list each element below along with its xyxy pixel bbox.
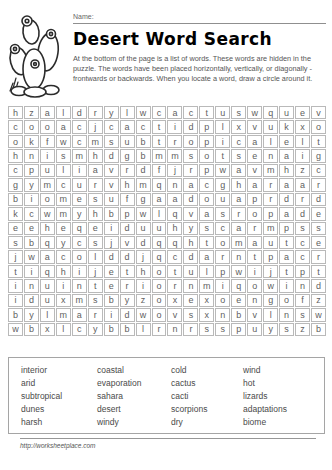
grid-cell[interactable]: v xyxy=(247,120,262,133)
grid-cell[interactable]: l xyxy=(295,135,310,148)
grid-cell[interactable]: m xyxy=(167,149,182,162)
grid-cell[interactable]: c xyxy=(72,135,87,148)
name-line[interactable]: Name: xyxy=(73,13,326,24)
grid-cell[interactable]: x xyxy=(199,308,214,321)
grid-cell[interactable]: l xyxy=(56,106,71,119)
grid-cell[interactable]: s xyxy=(8,236,23,249)
grid-cell[interactable]: p xyxy=(215,265,230,278)
grid-cell[interactable]: n xyxy=(263,149,278,162)
grid-cell[interactable]: c xyxy=(311,164,326,177)
grid-cell[interactable]: a xyxy=(88,164,103,177)
grid-cell[interactable]: i xyxy=(279,279,294,292)
grid-cell[interactable]: j xyxy=(136,250,151,263)
grid-cell[interactable]: u xyxy=(215,106,230,119)
grid-cell[interactable]: w xyxy=(231,265,246,278)
grid-cell[interactable]: s xyxy=(104,135,119,148)
grid-cell[interactable]: c xyxy=(215,222,230,235)
grid-cell[interactable]: s xyxy=(88,294,103,307)
grid-cell[interactable]: s xyxy=(88,193,103,206)
grid-cell[interactable]: p xyxy=(199,164,214,177)
grid-cell[interactable]: o xyxy=(199,149,214,162)
grid-cell[interactable]: x xyxy=(231,120,246,133)
grid-cell[interactable]: o xyxy=(40,193,55,206)
grid-cell[interactable]: i xyxy=(247,265,262,278)
grid-cell[interactable]: m xyxy=(263,164,278,177)
grid-cell[interactable]: q xyxy=(263,106,278,119)
grid-cell[interactable]: c xyxy=(24,207,39,220)
grid-cell[interactable]: d xyxy=(24,294,39,307)
grid-cell[interactable]: r xyxy=(120,279,135,292)
grid-cell[interactable]: d xyxy=(311,193,326,206)
grid-cell[interactable]: a xyxy=(56,120,71,133)
grid-cell[interactable]: h xyxy=(8,106,23,119)
grid-cell[interactable]: s xyxy=(215,207,230,220)
grid-cell[interactable]: j xyxy=(88,120,103,133)
grid-cell[interactable]: p xyxy=(263,207,278,220)
grid-cell[interactable]: d xyxy=(183,250,198,263)
grid-cell[interactable]: u xyxy=(40,279,55,292)
grid-cell[interactable]: w xyxy=(311,308,326,321)
grid-cell[interactable]: o xyxy=(152,294,167,307)
grid-cell[interactable]: s xyxy=(279,323,294,336)
grid-cell[interactable]: c xyxy=(295,236,310,249)
grid-cell[interactable]: t xyxy=(199,106,214,119)
grid-cell[interactable]: b xyxy=(231,308,246,321)
grid-cell[interactable]: d xyxy=(120,308,135,321)
grid-cell[interactable]: a xyxy=(199,250,214,263)
grid-cell[interactable]: l xyxy=(263,135,278,148)
grid-cell[interactable]: q xyxy=(231,279,246,292)
grid-cell[interactable]: t xyxy=(8,265,23,278)
grid-cell[interactable]: i xyxy=(215,279,230,292)
grid-cell[interactable]: m xyxy=(136,178,151,191)
grid-cell[interactable]: g xyxy=(136,193,151,206)
grid-cell[interactable]: h xyxy=(88,149,103,162)
grid-cell[interactable]: s xyxy=(199,222,214,235)
grid-cell[interactable]: d xyxy=(72,106,87,119)
grid-cell[interactable]: g xyxy=(8,178,23,191)
grid-cell[interactable]: i xyxy=(24,193,39,206)
grid-cell[interactable]: z xyxy=(136,294,151,307)
grid-cell[interactable]: h xyxy=(136,265,151,278)
grid-cell[interactable]: e xyxy=(231,294,246,307)
grid-cell[interactable]: n xyxy=(279,308,294,321)
grid-cell[interactable]: a xyxy=(40,250,55,263)
grid-cell[interactable]: a xyxy=(247,178,262,191)
grid-cell[interactable]: c xyxy=(56,250,71,263)
grid-cell[interactable]: r xyxy=(263,178,278,191)
grid-cell[interactable]: d xyxy=(136,236,151,249)
grid-cell[interactable]: t xyxy=(152,135,167,148)
grid-cell[interactable]: y xyxy=(88,323,103,336)
grid-cell[interactable]: i xyxy=(8,294,23,307)
grid-cell[interactable]: n xyxy=(231,250,246,263)
grid-cell[interactable]: u xyxy=(40,294,55,307)
grid-cell[interactable]: u xyxy=(152,222,167,235)
grid-cell[interactable]: r xyxy=(167,279,182,292)
grid-cell[interactable]: v xyxy=(120,236,135,249)
grid-cell[interactable]: a xyxy=(295,178,310,191)
grid-cell[interactable]: o xyxy=(24,120,39,133)
grid-cell[interactable]: n xyxy=(215,308,230,321)
grid-cell[interactable]: c xyxy=(72,120,87,133)
grid-cell[interactable]: t xyxy=(120,265,135,278)
grid-cell[interactable]: u xyxy=(263,236,278,249)
grid-cell[interactable]: t xyxy=(279,236,294,249)
grid-cell[interactable]: i xyxy=(104,222,119,235)
grid-cell[interactable]: p xyxy=(199,120,214,133)
grid-cell[interactable]: a xyxy=(247,236,262,249)
grid-cell[interactable]: m xyxy=(88,135,103,148)
grid-cell[interactable]: j xyxy=(167,164,182,177)
grid-cell[interactable]: t xyxy=(199,236,214,249)
grid-cell[interactable]: b xyxy=(104,294,119,307)
grid-cell[interactable]: a xyxy=(279,178,294,191)
grid-cell[interactable]: m xyxy=(56,207,71,220)
grid-cell[interactable]: n xyxy=(24,279,39,292)
grid-cell[interactable]: p xyxy=(199,135,214,148)
grid-cell[interactable]: b xyxy=(8,308,23,321)
grid-cell[interactable]: d xyxy=(295,207,310,220)
grid-cell[interactable]: p xyxy=(295,265,310,278)
grid-cell[interactable]: y xyxy=(263,323,278,336)
grid-cell[interactable]: v xyxy=(167,308,182,321)
grid-cell[interactable]: q xyxy=(152,178,167,191)
grid-cell[interactable]: e xyxy=(56,222,71,235)
grid-cell[interactable]: n xyxy=(72,279,87,292)
grid-cell[interactable]: e xyxy=(104,279,119,292)
grid-cell[interactable]: e xyxy=(247,149,262,162)
grid-cell[interactable]: t xyxy=(311,265,326,278)
grid-cell[interactable]: s xyxy=(199,323,214,336)
grid-cell[interactable]: t xyxy=(279,265,294,278)
grid-cell[interactable]: g xyxy=(263,294,278,307)
grid-cell[interactable]: m xyxy=(152,149,167,162)
grid-cell[interactable]: u xyxy=(120,135,135,148)
grid-cell[interactable]: g xyxy=(311,149,326,162)
grid-cell[interactable]: u xyxy=(104,193,119,206)
grid-cell[interactable]: s xyxy=(231,149,246,162)
grid-cell[interactable]: r xyxy=(183,323,198,336)
grid-cell[interactable]: c xyxy=(183,106,198,119)
grid-cell[interactable]: y xyxy=(24,178,39,191)
grid-cell[interactable]: e xyxy=(104,265,119,278)
grid-cell[interactable]: p xyxy=(263,250,278,263)
grid-cell[interactable]: k xyxy=(279,120,294,133)
grid-cell[interactable]: d xyxy=(311,279,326,292)
grid-cell[interactable]: m xyxy=(263,222,278,235)
grid-cell[interactable]: v xyxy=(183,207,198,220)
grid-cell[interactable]: r xyxy=(88,178,103,191)
grid-cell[interactable]: d xyxy=(104,250,119,263)
grid-cell[interactable]: y xyxy=(104,106,119,119)
grid-cell[interactable]: h xyxy=(56,265,71,278)
grid-cell[interactable]: u xyxy=(279,106,294,119)
grid-cell[interactable]: p xyxy=(24,164,39,177)
grid-cell[interactable]: s xyxy=(295,222,310,235)
grid-cell[interactable]: d xyxy=(279,193,294,206)
grid-cell[interactable]: l xyxy=(215,120,230,133)
grid-cell[interactable]: a xyxy=(167,106,182,119)
grid-cell[interactable]: i xyxy=(167,120,182,133)
grid-cell[interactable]: n xyxy=(295,279,310,292)
grid-cell[interactable]: l xyxy=(199,265,214,278)
grid-cell[interactable]: o xyxy=(199,193,214,206)
grid-cell[interactable]: o xyxy=(311,120,326,133)
grid-cell[interactable]: i xyxy=(295,149,310,162)
grid-cell[interactable]: l xyxy=(263,308,278,321)
grid-cell[interactable]: r xyxy=(295,193,310,206)
grid-cell[interactable]: i xyxy=(24,265,39,278)
grid-cell[interactable]: q xyxy=(152,236,167,249)
grid-cell[interactable]: h xyxy=(183,236,198,249)
grid-cell[interactable]: v xyxy=(247,164,262,177)
grid-cell[interactable]: r xyxy=(247,222,262,235)
grid-cell[interactable]: u xyxy=(72,178,87,191)
grid-cell[interactable]: c xyxy=(231,135,246,148)
grid-cell[interactable]: w xyxy=(263,279,278,292)
grid-cell[interactable]: x xyxy=(199,294,214,307)
grid-cell[interactable]: i xyxy=(215,135,230,148)
grid-cell[interactable]: s xyxy=(183,149,198,162)
grid-cell[interactable]: a xyxy=(40,106,55,119)
grid-cell[interactable]: e xyxy=(88,222,103,235)
grid-cell[interactable]: o xyxy=(183,135,198,148)
grid-cell[interactable]: i xyxy=(72,265,87,278)
grid-cell[interactable]: a xyxy=(167,193,182,206)
grid-cell[interactable]: r xyxy=(183,164,198,177)
grid-cell[interactable]: o xyxy=(40,120,55,133)
grid-cell[interactable]: j xyxy=(263,265,278,278)
grid-cell[interactable]: t xyxy=(215,149,230,162)
grid-cell[interactable]: g xyxy=(120,149,135,162)
grid-cell[interactable]: s xyxy=(295,308,310,321)
grid-cell[interactable]: h xyxy=(88,207,103,220)
grid-cell[interactable]: u xyxy=(136,222,151,235)
grid-cell[interactable]: c xyxy=(72,323,87,336)
grid-cell[interactable]: b xyxy=(104,323,119,336)
grid-cell[interactable]: a xyxy=(279,207,294,220)
grid-cell[interactable]: f xyxy=(152,164,167,177)
grid-cell[interactable]: i xyxy=(72,164,87,177)
grid-cell[interactable]: b xyxy=(24,236,39,249)
grid-cell[interactable]: u xyxy=(263,120,278,133)
grid-cell[interactable]: h xyxy=(8,149,23,162)
grid-cell[interactable]: r xyxy=(215,250,230,263)
grid-cell[interactable]: a xyxy=(120,120,135,133)
grid-cell[interactable]: y xyxy=(56,236,71,249)
grid-cell[interactable]: y xyxy=(72,207,87,220)
grid-cell[interactable]: l xyxy=(56,323,71,336)
grid-cell[interactable]: h xyxy=(231,178,246,191)
grid-cell[interactable]: m xyxy=(56,308,71,321)
grid-cell[interactable]: q xyxy=(40,265,55,278)
grid-cell[interactable]: i xyxy=(8,279,23,292)
grid-cell[interactable]: n xyxy=(167,323,182,336)
grid-cell[interactable]: h xyxy=(279,164,294,177)
grid-cell[interactable]: x xyxy=(167,294,182,307)
grid-cell[interactable]: r xyxy=(152,323,167,336)
grid-cell[interactable]: x xyxy=(295,120,310,133)
grid-cell[interactable]: u xyxy=(40,164,55,177)
grid-cell[interactable]: q xyxy=(167,207,182,220)
grid-cell[interactable]: b xyxy=(311,323,326,336)
grid-cell[interactable]: a xyxy=(199,207,214,220)
grid-cell[interactable]: r xyxy=(231,207,246,220)
grid-cell[interactable]: v xyxy=(247,308,262,321)
grid-cell[interactable]: a xyxy=(231,164,246,177)
grid-cell[interactable]: w xyxy=(8,323,23,336)
grid-cell[interactable]: a xyxy=(231,222,246,235)
grid-cell[interactable]: c xyxy=(295,250,310,263)
grid-cell[interactable]: j xyxy=(8,250,23,263)
grid-cell[interactable]: r xyxy=(88,106,103,119)
grid-cell[interactable]: b xyxy=(136,149,151,162)
grid-cell[interactable]: c xyxy=(104,120,119,133)
grid-cell[interactable]: i xyxy=(136,279,151,292)
grid-cell[interactable]: o xyxy=(247,207,262,220)
grid-cell[interactable]: b xyxy=(24,323,39,336)
grid-cell[interactable]: s xyxy=(56,149,71,162)
grid-cell[interactable]: q xyxy=(152,250,167,263)
grid-cell[interactable]: s xyxy=(231,106,246,119)
grid-cell[interactable]: f xyxy=(120,193,135,206)
grid-cell[interactable]: r xyxy=(311,178,326,191)
grid-cell[interactable]: a xyxy=(183,178,198,191)
grid-cell[interactable]: i xyxy=(104,308,119,321)
grid-cell[interactable]: a xyxy=(231,193,246,206)
grid-cell[interactable]: i xyxy=(40,149,55,162)
grid-cell[interactable]: o xyxy=(215,236,230,249)
grid-cell[interactable]: z xyxy=(311,294,326,307)
grid-cell[interactable]: e xyxy=(24,222,39,235)
grid-cell[interactable]: w xyxy=(136,106,151,119)
grid-cell[interactable]: w xyxy=(215,164,230,177)
grid-cell[interactable]: n xyxy=(183,279,198,292)
grid-cell[interactable]: t xyxy=(167,265,182,278)
grid-cell[interactable]: p xyxy=(120,207,135,220)
grid-cell[interactable]: z xyxy=(24,106,39,119)
grid-cell[interactable]: d xyxy=(183,193,198,206)
grid-cell[interactable]: c xyxy=(136,120,151,133)
grid-cell[interactable]: u xyxy=(215,193,230,206)
grid-cell[interactable]: l xyxy=(120,106,135,119)
grid-cell[interactable]: d xyxy=(104,149,119,162)
grid-cell[interactable]: b xyxy=(136,135,151,148)
grid-cell[interactable]: b xyxy=(120,323,135,336)
grid-cell[interactable]: s xyxy=(311,222,326,235)
grid-cell[interactable]: z xyxy=(295,164,310,177)
grid-cell[interactable]: a xyxy=(279,149,294,162)
grid-cell[interactable]: h xyxy=(167,222,182,235)
grid-cell[interactable]: l xyxy=(56,164,71,177)
grid-cell[interactable]: e xyxy=(295,106,310,119)
grid-cell[interactable]: f xyxy=(40,135,55,148)
grid-cell[interactable]: e xyxy=(183,294,198,307)
grid-cell[interactable]: e xyxy=(72,193,87,206)
grid-cell[interactable]: j xyxy=(88,265,103,278)
grid-cell[interactable]: h xyxy=(120,178,135,191)
grid-cell[interactable]: r xyxy=(88,308,103,321)
grid-cell[interactable]: c xyxy=(8,164,23,177)
grid-cell[interactable]: w xyxy=(136,207,151,220)
grid-cell[interactable]: t xyxy=(152,120,167,133)
grid-cell[interactable]: w xyxy=(56,135,71,148)
grid-cell[interactable]: u xyxy=(247,323,262,336)
grid-cell[interactable]: y xyxy=(24,308,39,321)
grid-cell[interactable]: a xyxy=(152,193,167,206)
grid-cell[interactable]: d xyxy=(120,222,135,235)
grid-cell[interactable]: d xyxy=(183,120,198,133)
grid-cell[interactable]: a xyxy=(72,308,87,321)
grid-cell[interactable]: m xyxy=(72,149,87,162)
grid-cell[interactable]: a xyxy=(279,250,294,263)
grid-cell[interactable]: m xyxy=(56,193,71,206)
grid-cell[interactable]: n xyxy=(247,294,262,307)
grid-cell[interactable]: p xyxy=(231,323,246,336)
grid-cell[interactable]: c xyxy=(167,250,182,263)
grid-cell[interactable]: c xyxy=(8,120,23,133)
grid-cell[interactable]: o xyxy=(152,308,167,321)
grid-cell[interactable]: n xyxy=(167,178,182,191)
grid-cell[interactable]: b xyxy=(104,207,119,220)
grid-cell[interactable]: e xyxy=(8,222,23,235)
grid-cell[interactable]: t xyxy=(311,135,326,148)
grid-cell[interactable]: l xyxy=(136,323,151,336)
grid-cell[interactable]: r xyxy=(120,164,135,177)
grid-cell[interactable]: q xyxy=(40,236,55,249)
grid-cell[interactable]: t xyxy=(88,279,103,292)
grid-cell[interactable]: w xyxy=(40,207,55,220)
grid-cell[interactable]: v xyxy=(104,164,119,177)
grid-cell[interactable]: l xyxy=(152,207,167,220)
grid-cell[interactable]: p xyxy=(279,222,294,235)
grid-cell[interactable]: b xyxy=(8,193,23,206)
grid-cell[interactable]: p xyxy=(247,193,262,206)
grid-cell[interactable]: l xyxy=(40,308,55,321)
grid-cell[interactable]: s xyxy=(215,323,230,336)
grid-cell[interactable]: f xyxy=(295,294,310,307)
grid-cell[interactable]: q xyxy=(167,236,182,249)
grid-cell[interactable]: i xyxy=(56,279,71,292)
grid-cell[interactable]: y xyxy=(183,222,198,235)
grid-cell[interactable]: w xyxy=(136,308,151,321)
grid-cell[interactable]: o xyxy=(279,294,294,307)
grid-cell[interactable]: m xyxy=(231,236,246,249)
grid-cell[interactable]: g xyxy=(215,178,230,191)
grid-cell[interactable]: o xyxy=(152,279,167,292)
grid-cell[interactable]: x xyxy=(56,294,71,307)
grid-cell[interactable]: e xyxy=(311,236,326,249)
grid-cell[interactable]: d xyxy=(136,164,151,177)
grid-cell[interactable]: u xyxy=(183,265,198,278)
grid-cell[interactable]: o xyxy=(215,294,230,307)
grid-cell[interactable]: k xyxy=(24,135,39,148)
grid-cell[interactable]: y xyxy=(120,294,135,307)
grid-cell[interactable]: l xyxy=(88,250,103,263)
grid-cell[interactable]: c xyxy=(72,236,87,249)
grid-cell[interactable]: r xyxy=(167,135,182,148)
grid-cell[interactable]: v xyxy=(311,106,326,119)
grid-cell[interactable]: s xyxy=(88,236,103,249)
grid-cell[interactable]: z xyxy=(295,323,310,336)
grid-cell[interactable]: c xyxy=(152,106,167,119)
grid-cell[interactable]: x xyxy=(40,323,55,336)
grid-cell[interactable]: o xyxy=(247,279,262,292)
grid-cell[interactable]: d xyxy=(120,250,135,263)
grid-cell[interactable]: e xyxy=(311,207,326,220)
grid-cell[interactable]: j xyxy=(104,236,119,249)
